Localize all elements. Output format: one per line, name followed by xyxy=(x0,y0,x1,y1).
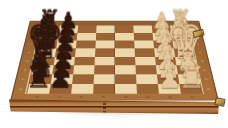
cell-h4 xyxy=(114,25,133,32)
coord-label: 8 xyxy=(25,94,48,98)
chess-board: 87654321 hgfedcba hgfedcba ♜♟♟♜♞♟♟♞♝♟♟♝♚… xyxy=(10,20,219,100)
cell-a1: ♜ xyxy=(178,83,202,93)
hinge-seam-icon xyxy=(103,99,106,114)
pieces-layer: ♜♟♟♜♞♟♟♞♝♟♟♝♚♟♟♚♛♟♟♛♝♟♟♝♞♟♟♞♜♟♟♜ xyxy=(26,25,202,93)
cell-h5 xyxy=(95,25,114,32)
cell-a2: ♟ xyxy=(157,83,180,93)
cell-a7: ♟ xyxy=(48,83,71,93)
cell-c6 xyxy=(72,65,93,74)
cell-a3 xyxy=(135,83,157,93)
coord-label: 7 xyxy=(47,94,70,98)
coords-front-border: 87654321 xyxy=(25,94,203,98)
cell-c5 xyxy=(93,65,114,74)
cell-e6 xyxy=(74,48,94,56)
cell-d3 xyxy=(134,56,155,65)
coord-label: 1 xyxy=(180,94,203,98)
cell-b3 xyxy=(135,74,157,83)
piece-black-rook-a8: ♜ xyxy=(24,62,50,92)
cell-d4 xyxy=(114,56,134,65)
cell-a4 xyxy=(114,83,136,93)
cell-a5 xyxy=(92,83,114,93)
cell-f6 xyxy=(75,40,95,48)
cell-h6 xyxy=(76,25,95,32)
cell-d5 xyxy=(94,56,114,65)
chess-set-photo: 87654321 hgfedcba hgfedcba ♜♟♟♜♞♟♟♞♝♟♟♝♚… xyxy=(0,0,228,128)
coord-label: 3 xyxy=(136,94,158,98)
cell-f4 xyxy=(114,40,134,48)
cell-a8: ♜ xyxy=(26,83,50,93)
cell-f3 xyxy=(133,40,153,48)
board-side-edge xyxy=(9,99,219,114)
cell-e3 xyxy=(134,48,154,56)
cell-b5 xyxy=(93,74,114,83)
cell-c3 xyxy=(134,65,155,74)
piece-white-pawn-a2: ♟ xyxy=(157,65,181,91)
cell-g6 xyxy=(76,32,96,40)
cell-d6 xyxy=(73,56,94,65)
cell-g4 xyxy=(114,32,133,40)
cell-g3 xyxy=(133,32,153,40)
cell-a6 xyxy=(70,83,92,93)
cell-b6 xyxy=(71,74,93,83)
coord-label: 5 xyxy=(92,94,114,98)
cell-h3 xyxy=(132,25,151,32)
piece-black-pawn-a7: ♟ xyxy=(48,65,72,91)
piece-white-rook-a1: ♜ xyxy=(177,62,203,92)
coord-label: 6 xyxy=(70,94,92,98)
cell-f5 xyxy=(94,40,114,48)
coord-label: 2 xyxy=(158,94,181,98)
cell-c4 xyxy=(114,65,135,74)
coord-label: 4 xyxy=(114,94,136,98)
cell-b4 xyxy=(114,74,135,83)
coord-label: a xyxy=(15,83,26,93)
cell-e4 xyxy=(114,48,134,56)
cell-g5 xyxy=(95,32,114,40)
cell-e5 xyxy=(94,48,114,56)
